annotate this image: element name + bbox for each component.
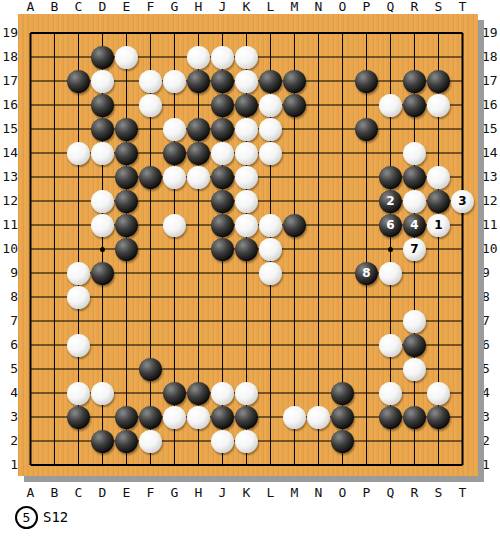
stone-d16 (91, 94, 114, 117)
stone-k12 (235, 190, 258, 213)
stone-f3 (139, 406, 162, 429)
stone-c4 (67, 382, 90, 405)
row-label-right-16: 16 (482, 98, 500, 112)
stone-move-2-q12: 2 (379, 190, 402, 213)
stone-l14 (259, 142, 282, 165)
circled-move-number: 5 (15, 506, 38, 529)
stone-f13 (139, 166, 162, 189)
stone-o2 (331, 430, 354, 453)
stone-e14 (115, 142, 138, 165)
go-board[interactable]: 2364178 (18, 14, 478, 476)
col-label-top-k: K (239, 0, 255, 14)
col-label-bottom-h: H (191, 486, 207, 500)
stone-h14 (187, 142, 210, 165)
stone-j17 (211, 70, 234, 93)
stone-j18 (211, 46, 234, 69)
col-label-bottom-k: K (239, 486, 255, 500)
stone-f17 (139, 70, 162, 93)
stone-k14 (235, 142, 258, 165)
stone-move-3-t12: 3 (451, 190, 474, 213)
stone-s3 (427, 406, 450, 429)
row-label-right-15: 15 (482, 122, 500, 136)
stone-r7 (403, 310, 426, 333)
stone-d14 (91, 142, 114, 165)
stone-e18 (115, 46, 138, 69)
stone-c8 (67, 286, 90, 309)
stone-r16 (403, 94, 426, 117)
stone-e15 (115, 118, 138, 141)
stone-f16 (139, 94, 162, 117)
row-label-right-4: 4 (482, 386, 500, 400)
col-label-bottom-r: R (407, 486, 423, 500)
stone-r12 (403, 190, 426, 213)
stone-m3 (283, 406, 306, 429)
stone-r5 (403, 358, 426, 381)
row-label-right-5: 5 (482, 362, 500, 376)
row-label-left-15: 15 (0, 122, 18, 136)
stone-l16 (259, 94, 282, 117)
stone-h13 (187, 166, 210, 189)
row-label-left-17: 17 (0, 74, 18, 88)
col-label-top-p: P (359, 0, 375, 14)
row-label-right-18: 18 (482, 50, 500, 64)
stone-d9 (91, 262, 114, 285)
col-label-top-s: S (431, 0, 447, 14)
stone-p15 (355, 118, 378, 141)
row-label-right-9: 9 (482, 266, 500, 280)
col-label-top-c: C (71, 0, 87, 14)
stone-l10 (259, 238, 282, 261)
row-label-right-8: 8 (482, 290, 500, 304)
stone-r14 (403, 142, 426, 165)
col-label-bottom-o: O (335, 486, 351, 500)
stone-r6 (403, 334, 426, 357)
stone-d4 (91, 382, 114, 405)
col-label-bottom-g: G (167, 486, 183, 500)
col-label-bottom-q: Q (383, 486, 399, 500)
stone-m17 (283, 70, 306, 93)
row-label-right-2: 2 (482, 434, 500, 448)
row-label-left-6: 6 (0, 338, 18, 352)
row-label-left-14: 14 (0, 146, 18, 160)
row-label-left-2: 2 (0, 434, 18, 448)
stone-h4 (187, 382, 210, 405)
col-label-top-b: B (47, 0, 63, 14)
stone-g3 (163, 406, 186, 429)
row-label-left-3: 3 (0, 410, 18, 424)
stone-r13 (403, 166, 426, 189)
col-label-top-e: E (119, 0, 135, 14)
stone-g11 (163, 214, 186, 237)
stone-c9 (67, 262, 90, 285)
row-label-left-16: 16 (0, 98, 18, 112)
stone-k18 (235, 46, 258, 69)
col-label-bottom-s: S (431, 486, 447, 500)
col-label-bottom-p: P (359, 486, 375, 500)
stone-k3 (235, 406, 258, 429)
stone-c17 (67, 70, 90, 93)
stone-h15 (187, 118, 210, 141)
col-label-bottom-b: B (47, 486, 63, 500)
col-label-top-o: O (335, 0, 351, 14)
stone-j10 (211, 238, 234, 261)
stone-j14 (211, 142, 234, 165)
stone-r3 (403, 406, 426, 429)
stone-e11 (115, 214, 138, 237)
row-label-left-8: 8 (0, 290, 18, 304)
stone-l11 (259, 214, 282, 237)
col-label-bottom-c: C (71, 486, 87, 500)
stone-move-7-r10: 7 (403, 238, 426, 261)
stone-k10 (235, 238, 258, 261)
col-label-top-q: Q (383, 0, 399, 14)
stone-d18 (91, 46, 114, 69)
star-point-d10 (100, 247, 105, 252)
stone-j13 (211, 166, 234, 189)
stone-g13 (163, 166, 186, 189)
stone-d11 (91, 214, 114, 237)
row-label-right-17: 17 (482, 74, 500, 88)
row-label-left-18: 18 (0, 50, 18, 64)
row-label-right-3: 3 (482, 410, 500, 424)
row-label-left-11: 11 (0, 218, 18, 232)
stone-l17 (259, 70, 282, 93)
stone-n3 (307, 406, 330, 429)
stone-e2 (115, 430, 138, 453)
stone-o3 (331, 406, 354, 429)
stone-c14 (67, 142, 90, 165)
stone-e10 (115, 238, 138, 261)
stone-q13 (379, 166, 402, 189)
row-label-right-7: 7 (482, 314, 500, 328)
stone-g14 (163, 142, 186, 165)
stone-q3 (379, 406, 402, 429)
stone-q6 (379, 334, 402, 357)
col-label-bottom-m: M (287, 486, 303, 500)
col-label-top-h: H (191, 0, 207, 14)
stone-move-1-s11: 1 (427, 214, 450, 237)
stone-e12 (115, 190, 138, 213)
stone-p17 (355, 70, 378, 93)
stone-s16 (427, 94, 450, 117)
stone-k4 (235, 382, 258, 405)
col-label-top-t: T (455, 0, 471, 14)
stone-s12 (427, 190, 450, 213)
stone-k11 (235, 214, 258, 237)
col-label-top-j: J (215, 0, 231, 14)
stone-f5 (139, 358, 162, 381)
stone-s17 (427, 70, 450, 93)
row-label-right-19: 19 (482, 26, 500, 40)
stone-e3 (115, 406, 138, 429)
stone-m11 (283, 214, 306, 237)
col-label-top-g: G (167, 0, 183, 14)
stone-k15 (235, 118, 258, 141)
stone-j2 (211, 430, 234, 453)
row-label-left-4: 4 (0, 386, 18, 400)
col-label-top-a: A (23, 0, 39, 14)
col-label-bottom-e: E (119, 486, 135, 500)
caption-location: S12 (43, 509, 68, 525)
row-label-left-7: 7 (0, 314, 18, 328)
stone-g4 (163, 382, 186, 405)
stone-h18 (187, 46, 210, 69)
row-label-right-10: 10 (482, 242, 500, 256)
col-label-top-d: D (95, 0, 111, 14)
row-label-left-10: 10 (0, 242, 18, 256)
star-point-q10 (388, 247, 393, 252)
col-label-top-m: M (287, 0, 303, 14)
row-label-right-1: 1 (482, 458, 500, 472)
row-label-right-6: 6 (482, 338, 500, 352)
stone-f2 (139, 430, 162, 453)
stone-k13 (235, 166, 258, 189)
row-label-right-13: 13 (482, 170, 500, 184)
col-label-bottom-a: A (23, 486, 39, 500)
col-label-top-f: F (143, 0, 159, 14)
col-label-top-l: L (263, 0, 279, 14)
col-label-top-n: N (311, 0, 327, 14)
stone-d12 (91, 190, 114, 213)
go-diagram: ABCDEFGHJKLMNOPQRST ABCDEFGHJKLMNOPQRST … (0, 0, 500, 537)
stone-o4 (331, 382, 354, 405)
stone-q16 (379, 94, 402, 117)
stone-move-6-q11: 6 (379, 214, 402, 237)
stone-j16 (211, 94, 234, 117)
stone-j3 (211, 406, 234, 429)
row-label-left-1: 1 (0, 458, 18, 472)
stone-q9 (379, 262, 402, 285)
row-label-left-9: 9 (0, 266, 18, 280)
stone-j15 (211, 118, 234, 141)
stone-c6 (67, 334, 90, 357)
stone-l15 (259, 118, 282, 141)
stone-h17 (187, 70, 210, 93)
row-label-right-12: 12 (482, 194, 500, 208)
stone-k2 (235, 430, 258, 453)
stone-r17 (403, 70, 426, 93)
stone-k17 (235, 70, 258, 93)
col-label-bottom-l: L (263, 486, 279, 500)
stone-h3 (187, 406, 210, 429)
row-label-left-5: 5 (0, 362, 18, 376)
stone-m16 (283, 94, 306, 117)
row-label-right-11: 11 (482, 218, 500, 232)
stone-j12 (211, 190, 234, 213)
row-label-left-12: 12 (0, 194, 18, 208)
row-label-left-13: 13 (0, 170, 18, 184)
stone-j4 (211, 382, 234, 405)
stone-g15 (163, 118, 186, 141)
stone-q4 (379, 382, 402, 405)
stone-d17 (91, 70, 114, 93)
stone-d15 (91, 118, 114, 141)
stone-s13 (427, 166, 450, 189)
row-label-left-19: 19 (0, 26, 18, 40)
col-label-top-r: R (407, 0, 423, 14)
stone-move-4-r11: 4 (403, 214, 426, 237)
move-caption: 5 S12 (15, 505, 68, 529)
stone-e13 (115, 166, 138, 189)
col-label-bottom-n: N (311, 486, 327, 500)
col-label-bottom-t: T (455, 486, 471, 500)
row-label-right-14: 14 (482, 146, 500, 160)
stone-d2 (91, 430, 114, 453)
stone-l9 (259, 262, 282, 285)
stone-s4 (427, 382, 450, 405)
stone-j11 (211, 214, 234, 237)
stone-move-8-p9: 8 (355, 262, 378, 285)
stone-g17 (163, 70, 186, 93)
col-label-bottom-f: F (143, 486, 159, 500)
col-label-bottom-d: D (95, 486, 111, 500)
stone-c3 (67, 406, 90, 429)
col-label-bottom-j: J (215, 486, 231, 500)
stone-k16 (235, 94, 258, 117)
